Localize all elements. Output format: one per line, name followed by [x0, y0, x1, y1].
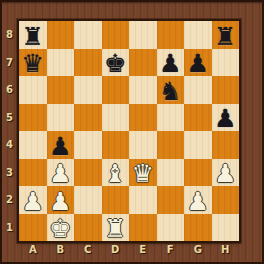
square-e8[interactable] — [129, 21, 157, 49]
square-h5[interactable]: ♟ — [212, 104, 240, 132]
square-g8[interactable] — [184, 21, 212, 49]
rank-label-8: 8 — [0, 21, 19, 49]
black-king[interactable]: ♚ — [104, 50, 126, 77]
black-queen[interactable]: ♛ — [22, 50, 44, 77]
square-a4[interactable] — [19, 131, 47, 159]
rank-label-4: 4 — [0, 131, 19, 159]
square-f2[interactable] — [157, 186, 185, 214]
square-g3[interactable] — [184, 159, 212, 187]
rank-label-2: 2 — [0, 186, 19, 214]
black-rook[interactable]: ♜ — [214, 23, 236, 50]
square-a1[interactable] — [19, 214, 47, 242]
square-c1[interactable] — [74, 214, 102, 242]
rank-label-1: 1 — [0, 214, 19, 242]
square-e5[interactable] — [129, 104, 157, 132]
square-h7[interactable] — [212, 49, 240, 77]
square-e2[interactable] — [129, 186, 157, 214]
square-b1[interactable]: ♚ — [47, 214, 75, 242]
square-d3[interactable]: ♝ — [102, 159, 130, 187]
square-b6[interactable] — [47, 76, 75, 104]
square-a5[interactable] — [19, 104, 47, 132]
rank-label-5: 5 — [0, 104, 19, 132]
black-pawn[interactable]: ♟ — [49, 133, 71, 160]
square-d5[interactable] — [102, 104, 130, 132]
square-h2[interactable] — [212, 186, 240, 214]
rank-labels: 87654321 — [0, 21, 19, 241]
square-b2[interactable]: ♟ — [47, 186, 75, 214]
square-d8[interactable] — [102, 21, 130, 49]
square-b5[interactable] — [47, 104, 75, 132]
file-label-d: D — [102, 241, 130, 261]
file-label-e: E — [129, 241, 157, 261]
square-a6[interactable] — [19, 76, 47, 104]
square-f6[interactable]: ♞ — [157, 76, 185, 104]
black-knight[interactable]: ♞ — [159, 78, 181, 105]
square-d7[interactable]: ♚ — [102, 49, 130, 77]
square-b3[interactable]: ♟ — [47, 159, 75, 187]
square-e1[interactable] — [129, 214, 157, 242]
square-a2[interactable]: ♟ — [19, 186, 47, 214]
white-rook[interactable]: ♜ — [104, 215, 126, 242]
square-h3[interactable]: ♟ — [212, 159, 240, 187]
square-d4[interactable] — [102, 131, 130, 159]
white-pawn[interactable]: ♟ — [187, 188, 209, 215]
square-g5[interactable] — [184, 104, 212, 132]
white-pawn[interactable]: ♟ — [22, 188, 44, 215]
rank-label-7: 7 — [0, 49, 19, 77]
rank-label-3: 3 — [0, 159, 19, 187]
white-king[interactable]: ♚ — [49, 215, 71, 242]
square-b4[interactable]: ♟ — [47, 131, 75, 159]
square-c5[interactable] — [74, 104, 102, 132]
square-h4[interactable] — [212, 131, 240, 159]
square-h1[interactable] — [212, 214, 240, 242]
square-e4[interactable] — [129, 131, 157, 159]
square-a3[interactable] — [19, 159, 47, 187]
square-g7[interactable]: ♟ — [184, 49, 212, 77]
square-e6[interactable] — [129, 76, 157, 104]
square-b8[interactable] — [47, 21, 75, 49]
square-g1[interactable] — [184, 214, 212, 242]
square-d2[interactable] — [102, 186, 130, 214]
square-c7[interactable] — [74, 49, 102, 77]
square-f4[interactable] — [157, 131, 185, 159]
square-f5[interactable] — [157, 104, 185, 132]
square-e7[interactable] — [129, 49, 157, 77]
square-f8[interactable] — [157, 21, 185, 49]
square-e3[interactable]: ♛ — [129, 159, 157, 187]
rank-label-6: 6 — [0, 76, 19, 104]
square-c8[interactable] — [74, 21, 102, 49]
square-b7[interactable] — [47, 49, 75, 77]
square-h6[interactable] — [212, 76, 240, 104]
square-c2[interactable] — [74, 186, 102, 214]
square-g4[interactable] — [184, 131, 212, 159]
white-pawn[interactable]: ♟ — [49, 188, 71, 215]
white-bishop[interactable]: ♝ — [104, 160, 126, 187]
square-c3[interactable] — [74, 159, 102, 187]
square-f1[interactable] — [157, 214, 185, 242]
square-f3[interactable] — [157, 159, 185, 187]
square-d6[interactable] — [102, 76, 130, 104]
white-pawn[interactable]: ♟ — [214, 160, 236, 187]
chessboard: ♜♜♛♚♟♟♞♟♟♟♝♛♟♟♟♟♚♜ — [19, 21, 239, 241]
file-label-b: B — [47, 241, 75, 261]
square-f7[interactable]: ♟ — [157, 49, 185, 77]
square-c6[interactable] — [74, 76, 102, 104]
black-pawn[interactable]: ♟ — [214, 105, 236, 132]
square-g6[interactable] — [184, 76, 212, 104]
square-a7[interactable]: ♛ — [19, 49, 47, 77]
black-pawn[interactable]: ♟ — [187, 50, 209, 77]
square-c4[interactable] — [74, 131, 102, 159]
file-label-h: H — [212, 241, 240, 261]
file-label-c: C — [74, 241, 102, 261]
white-pawn[interactable]: ♟ — [49, 160, 71, 187]
black-pawn[interactable]: ♟ — [159, 50, 181, 77]
file-labels: ABCDEFGH — [19, 241, 239, 261]
square-h8[interactable]: ♜ — [212, 21, 240, 49]
file-label-g: G — [184, 241, 212, 261]
file-label-f: F — [157, 241, 185, 261]
square-a8[interactable]: ♜ — [19, 21, 47, 49]
square-g2[interactable]: ♟ — [184, 186, 212, 214]
board-frame: ♜♜♛♚♟♟♞♟♟♟♝♛♟♟♟♟♚♜ 87654321 ABCDEFGH — [0, 0, 264, 264]
white-queen[interactable]: ♛ — [132, 160, 154, 187]
black-rook[interactable]: ♜ — [22, 23, 44, 50]
file-label-a: A — [19, 241, 47, 261]
square-d1[interactable]: ♜ — [102, 214, 130, 242]
